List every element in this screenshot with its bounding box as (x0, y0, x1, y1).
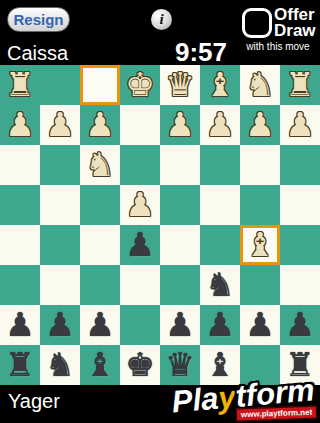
square-h4[interactable] (0, 185, 40, 225)
white-pawn: ♟ (245, 108, 275, 141)
square-g6[interactable] (40, 265, 80, 305)
black-pawn: ♟ (165, 308, 195, 341)
square-f4[interactable] (80, 185, 120, 225)
player-name: Yager (8, 390, 60, 413)
square-f1[interactable] (80, 65, 120, 105)
square-b5[interactable]: ♝ (240, 225, 280, 265)
square-c4[interactable] (200, 185, 240, 225)
white-pawn: ♟ (205, 108, 235, 141)
square-d3[interactable] (160, 145, 200, 185)
square-c2[interactable]: ♟ (200, 105, 240, 145)
white-bishop: ♝ (205, 68, 235, 101)
square-a7[interactable]: ♟ (280, 305, 320, 345)
square-c1[interactable]: ♝ (200, 65, 240, 105)
square-h2[interactable]: ♟ (0, 105, 40, 145)
square-e3[interactable] (120, 145, 160, 185)
square-e1[interactable]: ♚ (120, 65, 160, 105)
square-h3[interactable] (0, 145, 40, 185)
square-a4[interactable] (280, 185, 320, 225)
square-f7[interactable]: ♟ (80, 305, 120, 345)
square-a5[interactable] (280, 225, 320, 265)
info-icon[interactable]: i (151, 9, 172, 30)
black-rook: ♜ (5, 348, 35, 381)
white-pawn: ♟ (285, 108, 315, 141)
white-pawn: ♟ (45, 108, 75, 141)
white-rook: ♜ (5, 68, 35, 101)
square-g3[interactable] (40, 145, 80, 185)
white-knight: ♞ (85, 148, 115, 181)
square-e5[interactable]: ♟ (120, 225, 160, 265)
black-pawn: ♟ (125, 228, 155, 261)
square-a1[interactable]: ♜ (280, 65, 320, 105)
white-pawn: ♟ (85, 108, 115, 141)
square-h8[interactable]: ♜ (0, 345, 40, 385)
square-g4[interactable] (40, 185, 80, 225)
resign-button[interactable]: Resign (7, 7, 70, 32)
square-d2[interactable]: ♟ (160, 105, 200, 145)
square-b4[interactable] (240, 185, 280, 225)
black-knight: ♞ (45, 348, 75, 381)
square-e4[interactable]: ♟ (120, 185, 160, 225)
black-bishop: ♝ (205, 348, 235, 381)
square-b2[interactable]: ♟ (240, 105, 280, 145)
offer-draw-checkbox[interactable] (242, 8, 272, 38)
square-c7[interactable]: ♟ (200, 305, 240, 345)
black-pawn: ♟ (285, 308, 315, 341)
white-pawn: ♟ (165, 108, 195, 141)
square-h1[interactable]: ♜ (0, 65, 40, 105)
square-f2[interactable]: ♟ (80, 105, 120, 145)
square-f3[interactable]: ♞ (80, 145, 120, 185)
square-c6[interactable]: ♞ (200, 265, 240, 305)
white-rook: ♜ (285, 68, 315, 101)
square-b1[interactable]: ♞ (240, 65, 280, 105)
square-b6[interactable] (240, 265, 280, 305)
square-g7[interactable]: ♟ (40, 305, 80, 345)
game-clock: 9:57 (0, 37, 227, 68)
square-g5[interactable] (40, 225, 80, 265)
square-b7[interactable]: ♟ (240, 305, 280, 345)
chess-app-screen: Resign i Offer Draw with this move Caiss… (0, 0, 320, 423)
black-pawn: ♟ (85, 308, 115, 341)
offer-draw-subtext: with this move (236, 41, 320, 52)
square-g8[interactable]: ♞ (40, 345, 80, 385)
black-pawn: ♟ (245, 308, 275, 341)
square-e7[interactable] (120, 305, 160, 345)
square-h7[interactable]: ♟ (0, 305, 40, 345)
square-e8[interactable]: ♚ (120, 345, 160, 385)
square-d6[interactable] (160, 265, 200, 305)
white-queen: ♛ (165, 68, 195, 101)
black-king: ♚ (125, 348, 155, 381)
square-d5[interactable] (160, 225, 200, 265)
white-bishop: ♝ (245, 228, 275, 261)
square-h5[interactable] (0, 225, 40, 265)
square-f8[interactable]: ♝ (80, 345, 120, 385)
square-b8[interactable] (240, 345, 280, 385)
square-a8[interactable]: ♜ (280, 345, 320, 385)
square-a2[interactable]: ♟ (280, 105, 320, 145)
square-b3[interactable] (240, 145, 280, 185)
black-rook: ♜ (285, 348, 315, 381)
square-e2[interactable] (120, 105, 160, 145)
white-pawn: ♟ (5, 108, 35, 141)
black-pawn: ♟ (5, 308, 35, 341)
square-c3[interactable] (200, 145, 240, 185)
square-c8[interactable]: ♝ (200, 345, 240, 385)
white-knight: ♞ (245, 68, 275, 101)
square-f6[interactable] (80, 265, 120, 305)
offer-draw-label-line2: Draw (274, 23, 316, 39)
square-a6[interactable] (280, 265, 320, 305)
chess-board: ♜♚♛♝♞♜♟♟♟♟♟♟♟♞♟♟♝♞♟♟♟♟♟♟♟♜♞♝♚♛♝♜ (0, 65, 320, 385)
square-d1[interactable]: ♛ (160, 65, 200, 105)
black-pawn: ♟ (45, 308, 75, 341)
black-pawn: ♟ (205, 308, 235, 341)
black-queen: ♛ (165, 348, 195, 381)
square-g1[interactable] (40, 65, 80, 105)
black-knight: ♞ (205, 268, 235, 301)
white-king: ♚ (125, 68, 155, 101)
square-f5[interactable] (80, 225, 120, 265)
square-h6[interactable] (0, 265, 40, 305)
white-pawn: ♟ (125, 188, 155, 221)
square-e6[interactable] (120, 265, 160, 305)
square-d8[interactable]: ♛ (160, 345, 200, 385)
square-g2[interactable]: ♟ (40, 105, 80, 145)
square-d4[interactable] (160, 185, 200, 225)
square-d7[interactable]: ♟ (160, 305, 200, 345)
square-c5[interactable] (200, 225, 240, 265)
square-a3[interactable] (280, 145, 320, 185)
black-bishop: ♝ (85, 348, 115, 381)
